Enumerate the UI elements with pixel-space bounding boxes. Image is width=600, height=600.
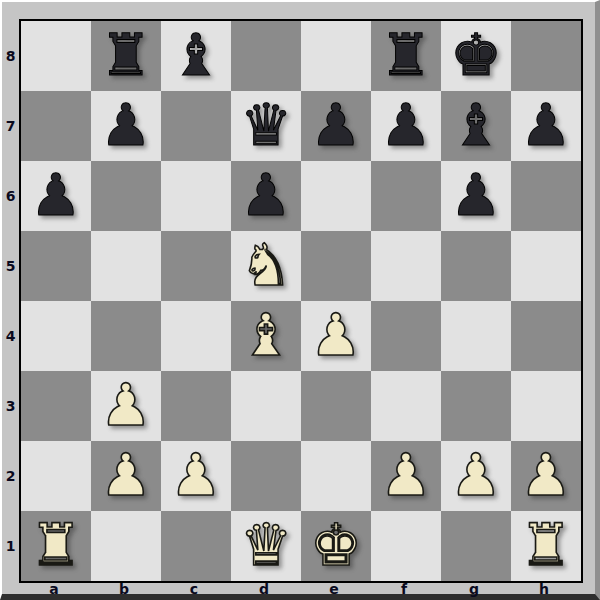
- square-c8[interactable]: ♝: [161, 21, 231, 91]
- square-h5[interactable]: [511, 231, 581, 301]
- black-pawn-piece: ♟: [21, 161, 91, 231]
- square-d3[interactable]: [231, 371, 301, 441]
- square-a2[interactable]: [21, 441, 91, 511]
- file-label-f: f: [369, 583, 439, 596]
- file-label-h: h: [509, 583, 579, 596]
- white-rook-piece: ♜: [511, 511, 581, 581]
- square-c4[interactable]: [161, 301, 231, 371]
- black-pawn-piece: ♟: [231, 161, 301, 231]
- file-label-c: c: [159, 583, 229, 596]
- white-pawn-piece: ♟: [441, 441, 511, 511]
- black-bishop-piece: ♝: [441, 91, 511, 161]
- file-label-a: a: [19, 583, 89, 596]
- square-h4[interactable]: [511, 301, 581, 371]
- black-rook-piece: ♜: [91, 21, 161, 91]
- square-f5[interactable]: [371, 231, 441, 301]
- square-f4[interactable]: [371, 301, 441, 371]
- square-c1[interactable]: [161, 511, 231, 581]
- square-e7[interactable]: ♟: [301, 91, 371, 161]
- square-h2[interactable]: ♟: [511, 441, 581, 511]
- square-e2[interactable]: [301, 441, 371, 511]
- square-c2[interactable]: ♟: [161, 441, 231, 511]
- square-d1[interactable]: ♛: [231, 511, 301, 581]
- square-f6[interactable]: [371, 161, 441, 231]
- square-b7[interactable]: ♟: [91, 91, 161, 161]
- square-h8[interactable]: [511, 21, 581, 91]
- rank-label-7: 7: [2, 91, 19, 161]
- square-h1[interactable]: ♜: [511, 511, 581, 581]
- square-h7[interactable]: ♟: [511, 91, 581, 161]
- file-label-b: b: [89, 583, 159, 596]
- square-b3[interactable]: ♟: [91, 371, 161, 441]
- black-pawn-piece: ♟: [511, 91, 581, 161]
- square-e3[interactable]: [301, 371, 371, 441]
- square-f3[interactable]: [371, 371, 441, 441]
- white-pawn-piece: ♟: [301, 301, 371, 371]
- square-b8[interactable]: ♜: [91, 21, 161, 91]
- white-knight-piece: ♞: [231, 231, 301, 301]
- chess-diagram-frame: ♜♝♜♚♟♛♟♟♝♟♟♟♟♞♝♟♟♟♟♟♟♟♜♛♚♜ 87654321 abcd…: [0, 0, 600, 600]
- square-e8[interactable]: [301, 21, 371, 91]
- square-f8[interactable]: ♜: [371, 21, 441, 91]
- square-a3[interactable]: [21, 371, 91, 441]
- square-d7[interactable]: ♛: [231, 91, 301, 161]
- square-g2[interactable]: ♟: [441, 441, 511, 511]
- square-a7[interactable]: [21, 91, 91, 161]
- square-a4[interactable]: [21, 301, 91, 371]
- black-pawn-piece: ♟: [91, 91, 161, 161]
- white-pawn-piece: ♟: [371, 441, 441, 511]
- square-c3[interactable]: [161, 371, 231, 441]
- file-label-g: g: [439, 583, 509, 596]
- rank-label-2: 2: [2, 441, 19, 511]
- square-b5[interactable]: [91, 231, 161, 301]
- square-f7[interactable]: ♟: [371, 91, 441, 161]
- black-bishop-piece: ♝: [161, 21, 231, 91]
- rank-label-1: 1: [2, 511, 19, 581]
- square-a6[interactable]: ♟: [21, 161, 91, 231]
- white-pawn-piece: ♟: [511, 441, 581, 511]
- square-c5[interactable]: [161, 231, 231, 301]
- square-f1[interactable]: [371, 511, 441, 581]
- file-label-e: e: [299, 583, 369, 596]
- square-g4[interactable]: [441, 301, 511, 371]
- rank-label-8: 8: [2, 21, 19, 91]
- rank-label-6: 6: [2, 161, 19, 231]
- white-pawn-piece: ♟: [161, 441, 231, 511]
- square-e5[interactable]: [301, 231, 371, 301]
- square-h6[interactable]: [511, 161, 581, 231]
- square-e6[interactable]: [301, 161, 371, 231]
- white-queen-piece: ♛: [231, 511, 301, 581]
- black-pawn-piece: ♟: [441, 161, 511, 231]
- white-rook-piece: ♜: [21, 511, 91, 581]
- square-a8[interactable]: [21, 21, 91, 91]
- chess-board: ♜♝♜♚♟♛♟♟♝♟♟♟♟♞♝♟♟♟♟♟♟♟♜♛♚♜: [19, 19, 583, 583]
- square-d6[interactable]: ♟: [231, 161, 301, 231]
- white-king-piece: ♚: [301, 511, 371, 581]
- black-queen-piece: ♛: [231, 91, 301, 161]
- square-a1[interactable]: ♜: [21, 511, 91, 581]
- white-pawn-piece: ♟: [91, 371, 161, 441]
- square-b2[interactable]: ♟: [91, 441, 161, 511]
- rank-label-5: 5: [2, 231, 19, 301]
- rank-label-3: 3: [2, 371, 19, 441]
- square-g1[interactable]: [441, 511, 511, 581]
- square-c6[interactable]: [161, 161, 231, 231]
- square-d5[interactable]: ♞: [231, 231, 301, 301]
- white-bishop-piece: ♝: [231, 301, 301, 371]
- square-d2[interactable]: [231, 441, 301, 511]
- square-g8[interactable]: ♚: [441, 21, 511, 91]
- square-g6[interactable]: ♟: [441, 161, 511, 231]
- square-b6[interactable]: [91, 161, 161, 231]
- square-d8[interactable]: [231, 21, 301, 91]
- square-d4[interactable]: ♝: [231, 301, 301, 371]
- square-b1[interactable]: [91, 511, 161, 581]
- square-b4[interactable]: [91, 301, 161, 371]
- black-pawn-piece: ♟: [301, 91, 371, 161]
- square-f2[interactable]: ♟: [371, 441, 441, 511]
- black-king-piece: ♚: [441, 21, 511, 91]
- square-a5[interactable]: [21, 231, 91, 301]
- square-g7[interactable]: ♝: [441, 91, 511, 161]
- square-g3[interactable]: [441, 371, 511, 441]
- black-pawn-piece: ♟: [371, 91, 441, 161]
- square-c7[interactable]: [161, 91, 231, 161]
- rank-label-4: 4: [2, 301, 19, 371]
- white-pawn-piece: ♟: [91, 441, 161, 511]
- file-label-d: d: [229, 583, 299, 596]
- square-g5[interactable]: [441, 231, 511, 301]
- square-e4[interactable]: ♟: [301, 301, 371, 371]
- square-h3[interactable]: [511, 371, 581, 441]
- black-rook-piece: ♜: [371, 21, 441, 91]
- square-e1[interactable]: ♚: [301, 511, 371, 581]
